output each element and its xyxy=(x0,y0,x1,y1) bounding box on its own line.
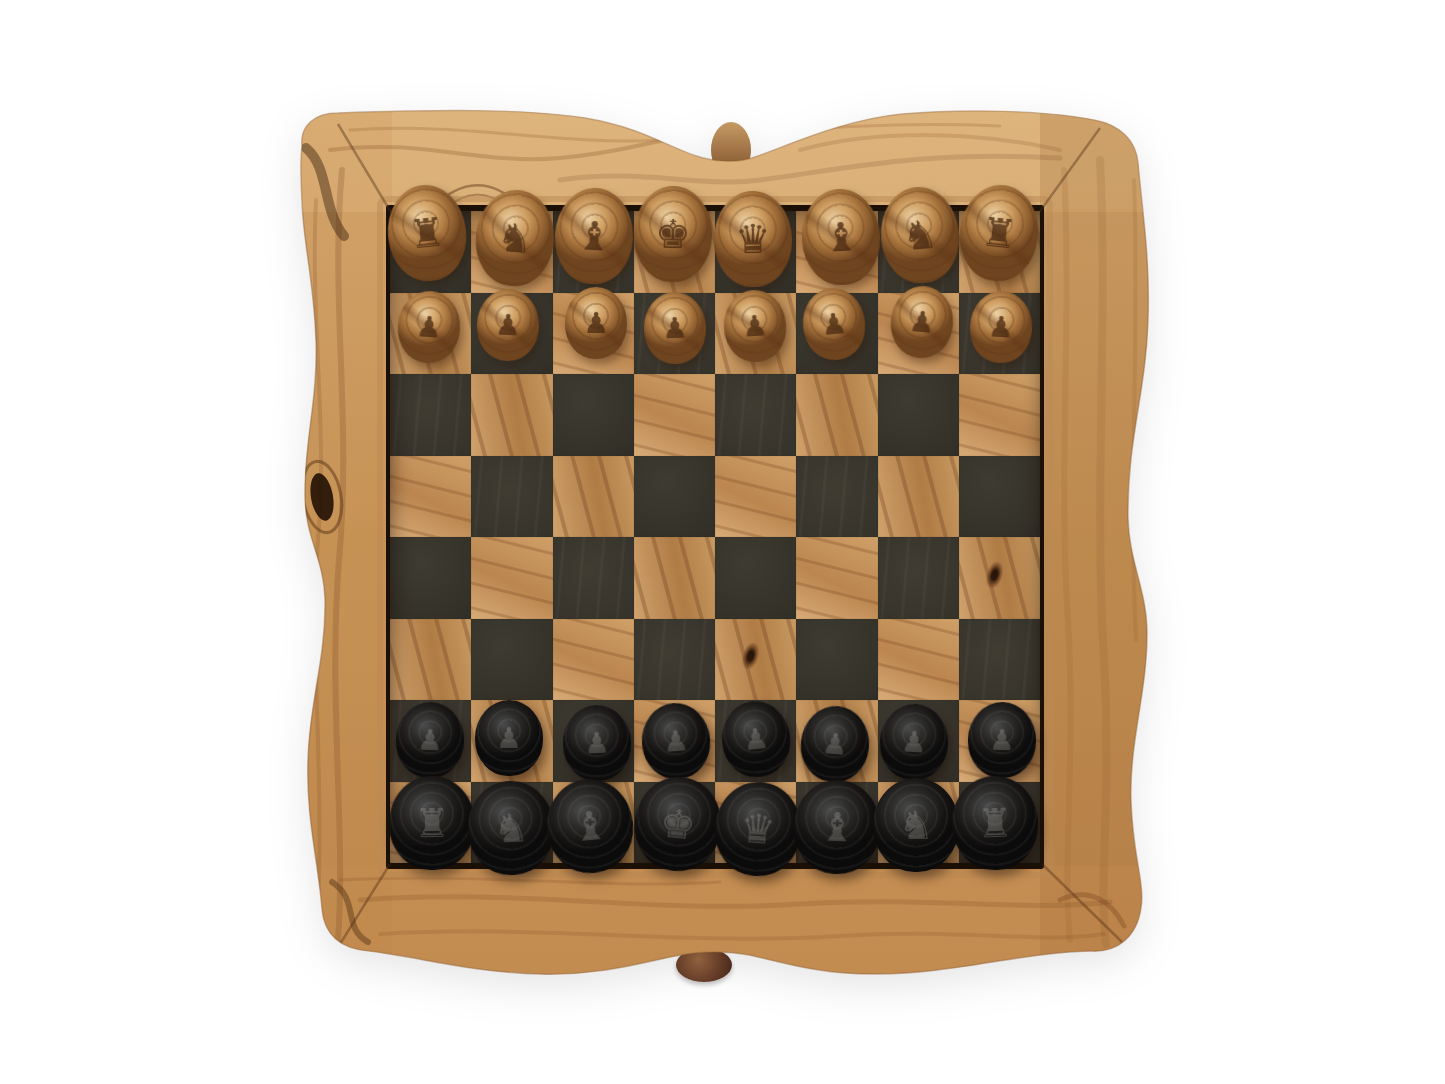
piece-glyph: ♚ xyxy=(634,185,714,282)
piece-glyph: ♜ xyxy=(383,181,471,285)
piece-white-queen[interactable]: ♛ xyxy=(713,190,793,287)
board-square[interactable] xyxy=(471,456,552,538)
piece-glyph: ♟ xyxy=(721,288,788,364)
piece-glyph: ♜ xyxy=(388,776,476,871)
piece-black-knight[interactable]: ♞ xyxy=(465,779,556,877)
board-square[interactable] xyxy=(796,619,877,701)
piece-black-pawn[interactable]: ♟ xyxy=(878,702,950,781)
piece-glyph: ♛ xyxy=(713,190,793,287)
board-square[interactable] xyxy=(553,456,634,538)
piece-white-pawn[interactable]: ♟ xyxy=(643,291,707,365)
piece-white-pawn[interactable]: ♟ xyxy=(969,290,1035,365)
board-square[interactable] xyxy=(796,374,877,456)
piece-glyph: ♟ xyxy=(968,701,1037,778)
piece-glyph: ♟ xyxy=(718,697,794,780)
piece-glyph: ♞ xyxy=(873,778,959,872)
piece-glyph: ♞ xyxy=(472,187,558,289)
piece-white-knight[interactable]: ♞ xyxy=(877,184,963,286)
piece-glyph: ♟ xyxy=(888,284,956,361)
piece-glyph: ♟ xyxy=(878,702,950,781)
board-square[interactable] xyxy=(878,619,959,701)
board-square[interactable] xyxy=(878,537,959,619)
piece-black-rook[interactable]: ♜ xyxy=(951,775,1040,872)
piece-glyph: ♟ xyxy=(969,290,1035,365)
piece-glyph: ♝ xyxy=(543,776,637,877)
piece-black-queen[interactable]: ♛ xyxy=(711,779,803,879)
piece-white-knight[interactable]: ♞ xyxy=(472,187,558,289)
piece-white-pawn[interactable]: ♟ xyxy=(888,284,956,361)
board-square[interactable] xyxy=(796,456,877,538)
piece-glyph: ♜ xyxy=(956,181,1044,285)
piece-black-pawn[interactable]: ♟ xyxy=(718,697,794,780)
piece-black-bishop[interactable]: ♝ xyxy=(792,779,881,876)
piece-glyph: ♟ xyxy=(643,291,707,365)
board-square[interactable] xyxy=(796,537,877,619)
piece-white-pawn[interactable]: ♟ xyxy=(476,288,540,362)
board-square[interactable] xyxy=(959,619,1040,701)
piece-glyph: ♟ xyxy=(475,700,543,776)
board-square[interactable] xyxy=(715,456,796,538)
board-square[interactable] xyxy=(471,619,552,701)
board-square[interactable] xyxy=(959,537,1040,619)
board-square[interactable] xyxy=(634,619,715,701)
board-square[interactable] xyxy=(390,456,471,538)
piece-glyph: ♝ xyxy=(792,779,881,876)
piece-white-king[interactable]: ♚ xyxy=(634,185,714,282)
board-square[interactable] xyxy=(553,619,634,701)
board-square[interactable] xyxy=(553,537,634,619)
piece-white-pawn[interactable]: ♟ xyxy=(565,287,627,359)
piece-black-knight[interactable]: ♞ xyxy=(873,778,959,872)
piece-glyph: ♟ xyxy=(394,701,465,779)
piece-glyph: ♛ xyxy=(711,779,803,879)
chess-board: ♜♞♝♚♛♝♞♜♟♟♟♟♟♟♟♟♟♟♟♟♟♟♟♟♜♞♝♚♛♝♞♜ xyxy=(390,211,1040,863)
board-square[interactable] xyxy=(715,619,796,701)
piece-black-rook[interactable]: ♜ xyxy=(388,776,476,871)
piece-white-rook[interactable]: ♜ xyxy=(956,181,1044,285)
piece-glyph: ♟ xyxy=(476,288,540,362)
board-square[interactable] xyxy=(959,374,1040,456)
piece-glyph: ♟ xyxy=(798,703,872,785)
board-square[interactable] xyxy=(634,537,715,619)
board-square[interactable] xyxy=(878,456,959,538)
piece-black-pawn[interactable]: ♟ xyxy=(475,700,543,776)
board-square[interactable] xyxy=(715,374,796,456)
board-square[interactable] xyxy=(553,374,634,456)
piece-black-pawn[interactable]: ♟ xyxy=(798,703,872,785)
board-square[interactable] xyxy=(878,374,959,456)
board-square[interactable] xyxy=(390,537,471,619)
board-square[interactable] xyxy=(715,537,796,619)
piece-glyph: ♟ xyxy=(640,700,713,781)
piece-glyph: ♝ xyxy=(553,186,636,286)
piece-glyph: ♟ xyxy=(395,289,462,365)
piece-glyph: ♞ xyxy=(877,184,963,286)
piece-white-bishop[interactable]: ♝ xyxy=(799,187,882,287)
piece-glyph: ♟ xyxy=(799,285,868,363)
piece-black-pawn[interactable]: ♟ xyxy=(394,701,465,779)
piece-glyph: ♜ xyxy=(951,775,1040,872)
board-square[interactable] xyxy=(959,456,1040,538)
piece-glyph: ♞ xyxy=(465,779,556,877)
board-square[interactable] xyxy=(471,374,552,456)
piece-white-bishop[interactable]: ♝ xyxy=(553,186,636,286)
piece-white-pawn[interactable]: ♟ xyxy=(799,285,868,363)
board-square[interactable] xyxy=(634,456,715,538)
piece-black-pawn[interactable]: ♟ xyxy=(640,700,713,781)
piece-white-pawn[interactable]: ♟ xyxy=(721,288,788,364)
piece-black-pawn[interactable]: ♟ xyxy=(968,701,1037,778)
board-square[interactable] xyxy=(634,374,715,456)
photo-background: ♜♞♝♚♛♝♞♜♟♟♟♟♟♟♟♟♟♟♟♟♟♟♟♟♜♞♝♚♛♝♞♜ xyxy=(0,0,1445,1084)
board-square[interactable] xyxy=(471,537,552,619)
piece-glyph: ♝ xyxy=(799,187,882,287)
piece-white-pawn[interactable]: ♟ xyxy=(395,289,462,365)
piece-white-rook[interactable]: ♜ xyxy=(383,181,471,285)
piece-black-pawn[interactable]: ♟ xyxy=(562,704,633,782)
piece-black-bishop[interactable]: ♝ xyxy=(543,776,637,877)
piece-glyph: ♟ xyxy=(565,287,627,359)
board-square[interactable] xyxy=(390,374,471,456)
board-square[interactable] xyxy=(390,619,471,701)
piece-glyph: ♟ xyxy=(562,704,633,782)
